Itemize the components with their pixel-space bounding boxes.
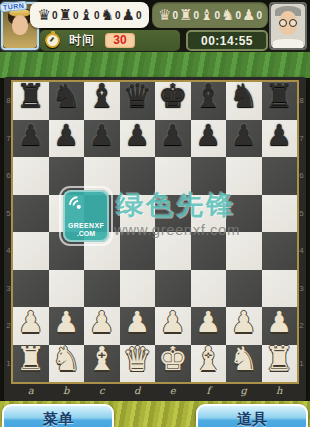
captured-white-rook: ♜0 (179, 8, 199, 23)
square-b1[interactable]: ♞ (49, 345, 85, 383)
rank-label-2: 2 (297, 321, 306, 330)
square-a2[interactable]: ♟ (13, 307, 49, 345)
total-time-value: 00:14:55 (201, 34, 253, 48)
square-b5[interactable] (49, 195, 85, 233)
piece-black-pawn: ♟ (262, 117, 298, 155)
square-e5[interactable] (155, 195, 191, 233)
square-c1[interactable]: ♝ (84, 345, 120, 383)
move-timer-panel: 时间 30 (40, 30, 180, 51)
capture-count: 0 (94, 10, 100, 21)
square-b6[interactable] (49, 157, 85, 195)
file-label-b: b (49, 385, 85, 396)
piece-black-pawn: ♟ (191, 117, 227, 155)
piece-white-knight: ♞ (226, 340, 262, 378)
pawn-icon: ♟ (122, 8, 135, 23)
square-a5[interactable] (13, 195, 49, 233)
piece-white-bishop: ♝ (84, 340, 120, 378)
menu-button[interactable]: 菜单 (2, 404, 114, 427)
square-a8[interactable]: ♜ (13, 82, 49, 120)
square-c2[interactable]: ♟ (84, 307, 120, 345)
square-a3[interactable] (13, 270, 49, 308)
square-f2[interactable]: ♟ (191, 307, 227, 345)
captured-black-knight: ♞0 (101, 8, 121, 23)
piece-white-knight: ♞ (49, 340, 85, 378)
piece-black-pawn: ♟ (84, 117, 120, 155)
square-a7[interactable]: ♟ (13, 120, 49, 158)
piece-white-pawn: ♟ (191, 304, 227, 342)
knight-icon: ♞ (221, 8, 234, 23)
square-h3[interactable] (262, 270, 298, 308)
square-a4[interactable] (13, 232, 49, 270)
knight-icon: ♞ (101, 8, 114, 23)
total-timer-panel: 00:14:55 (186, 30, 268, 51)
file-label-c: c (84, 385, 120, 396)
rank-label-1: 1 (297, 359, 306, 368)
square-c7[interactable]: ♟ (84, 120, 120, 158)
timer-row: 时间 30 00:14:55 (40, 30, 270, 51)
square-f4[interactable] (191, 232, 227, 270)
captured-black-bishop: ♝0 (79, 8, 99, 23)
capture-count: 0 (73, 10, 79, 21)
square-g8[interactable]: ♞ (226, 82, 262, 120)
rank-label-8: 8 (297, 96, 306, 105)
capture-count: 0 (52, 10, 58, 21)
rank-label-8: 8 (4, 96, 13, 105)
square-f7[interactable]: ♟ (191, 120, 227, 158)
rank-label-7: 7 (4, 134, 13, 143)
piece-black-queen: ♛ (120, 77, 156, 115)
square-c5[interactable] (84, 195, 120, 233)
square-e7[interactable]: ♟ (155, 120, 191, 158)
piece-black-pawn: ♟ (49, 117, 85, 155)
items-button[interactable]: 道具 (196, 404, 308, 427)
grass-top (0, 52, 310, 78)
square-a6[interactable] (13, 157, 49, 195)
piece-black-pawn: ♟ (226, 117, 262, 155)
square-c8[interactable]: ♝ (84, 82, 120, 120)
rank-label-6: 6 (297, 171, 306, 180)
rook-icon: ♜ (179, 8, 192, 23)
piece-black-knight: ♞ (49, 77, 85, 115)
square-d2[interactable]: ♟ (120, 307, 156, 345)
queen-icon: ♛ (158, 8, 171, 23)
square-g2[interactable]: ♟ (226, 307, 262, 345)
captured-black-pawn: ♟0 (122, 8, 142, 23)
capture-count: 0 (214, 10, 220, 21)
square-h2[interactable]: ♟ (262, 307, 298, 345)
rank-label-3: 3 (4, 284, 13, 293)
piece-black-knight: ♞ (226, 77, 262, 115)
file-label-h: h (262, 385, 298, 396)
square-e3[interactable] (155, 270, 191, 308)
rank-label-4: 4 (297, 246, 306, 255)
piece-black-king: ♚ (155, 77, 191, 115)
clock-icon (45, 33, 60, 48)
queen-icon: ♛ (37, 8, 50, 23)
piece-white-pawn: ♟ (226, 304, 262, 342)
pawn-icon: ♟ (242, 8, 255, 23)
white-captures-tray: ♛0♜0♝0♞0♟0 (152, 2, 268, 28)
square-d3[interactable] (120, 270, 156, 308)
glasses-icon (278, 19, 298, 27)
square-b7[interactable]: ♟ (49, 120, 85, 158)
rank-label-6: 6 (4, 171, 13, 180)
capture-count: 0 (235, 10, 241, 21)
chess-app: TURN ♛0♜0♝0♞0♟0 ♛0♜0♝0♞0♟0 时间 30 00:14:5… (0, 0, 310, 427)
chess-board-frame: ♜♞♝♛♚♝♞♜♟♟♟♟♟♟♟♟♟♟♟♟♟♟♟♟♜♞♝♛♚♝♞♜ 8877665… (4, 77, 306, 401)
file-label-f: f (191, 385, 227, 396)
bishop-icon: ♝ (200, 8, 213, 23)
square-e2[interactable]: ♟ (155, 307, 191, 345)
piece-white-pawn: ♟ (84, 304, 120, 342)
file-label-g: g (226, 385, 262, 396)
piece-black-bishop: ♝ (84, 77, 120, 115)
rank-label-5: 5 (297, 209, 306, 218)
capture-count: 0 (136, 10, 142, 21)
piece-white-king: ♚ (155, 340, 191, 378)
captured-white-queen: ♛0 (158, 8, 178, 23)
file-label-d: d (120, 385, 156, 396)
piece-white-pawn: ♟ (49, 304, 85, 342)
square-f3[interactable] (191, 270, 227, 308)
piece-white-pawn: ♟ (120, 304, 156, 342)
piece-white-queen: ♛ (120, 340, 156, 378)
rank-label-1: 1 (4, 359, 13, 368)
square-e4[interactable] (155, 232, 191, 270)
piece-white-pawn: ♟ (262, 304, 298, 342)
square-c4[interactable] (84, 232, 120, 270)
square-g3[interactable] (226, 270, 262, 308)
square-f1[interactable]: ♝ (191, 345, 227, 383)
rank-label-2: 2 (4, 321, 13, 330)
rook-icon: ♜ (58, 8, 71, 23)
square-b4[interactable] (49, 232, 85, 270)
capture-count: 0 (256, 10, 262, 21)
square-g6[interactable] (226, 157, 262, 195)
square-d7[interactable]: ♟ (120, 120, 156, 158)
square-c6[interactable] (84, 157, 120, 195)
square-b3[interactable] (49, 270, 85, 308)
piece-white-rook: ♜ (13, 340, 49, 378)
square-h8[interactable]: ♜ (262, 82, 298, 120)
piece-black-pawn: ♟ (120, 117, 156, 155)
chess-board: ♜♞♝♛♚♝♞♜♟♟♟♟♟♟♟♟♟♟♟♟♟♟♟♟♜♞♝♛♚♝♞♜ (13, 82, 297, 382)
piece-black-bishop: ♝ (191, 77, 227, 115)
player-right-avatar[interactable] (269, 2, 307, 50)
capture-count: 0 (172, 10, 178, 21)
capture-count: 0 (193, 10, 199, 21)
square-d8[interactable]: ♛ (120, 82, 156, 120)
rank-label-7: 7 (297, 134, 306, 143)
piece-black-pawn: ♟ (155, 117, 191, 155)
square-b8[interactable]: ♞ (49, 82, 85, 120)
square-g5[interactable] (226, 195, 262, 233)
file-label-a: a (13, 385, 49, 396)
square-h4[interactable] (262, 232, 298, 270)
square-e1[interactable]: ♚ (155, 345, 191, 383)
piece-white-pawn: ♟ (13, 304, 49, 342)
square-h1[interactable]: ♜ (262, 345, 298, 383)
captured-black-rook: ♜0 (58, 8, 78, 23)
square-g4[interactable] (226, 232, 262, 270)
square-d1[interactable]: ♛ (120, 345, 156, 383)
square-g7[interactable]: ♟ (226, 120, 262, 158)
square-d6[interactable] (120, 157, 156, 195)
black-captures-tray: ♛0♜0♝0♞0♟0 (30, 2, 149, 28)
square-f6[interactable] (191, 157, 227, 195)
square-h5[interactable] (262, 195, 298, 233)
square-e8[interactable]: ♚ (155, 82, 191, 120)
square-f8[interactable]: ♝ (191, 82, 227, 120)
top-bar: TURN ♛0♜0♝0♞0♟0 ♛0♜0♝0♞0♟0 时间 30 00:14:5… (0, 0, 310, 52)
capture-count: 0 (115, 10, 121, 21)
captured-white-knight: ♞0 (221, 8, 241, 23)
rank-label-3: 3 (297, 284, 306, 293)
captured-black-queen: ♛0 (37, 8, 57, 23)
piece-white-bishop: ♝ (191, 340, 227, 378)
square-h7[interactable]: ♟ (262, 120, 298, 158)
piece-white-rook: ♜ (262, 340, 298, 378)
square-f5[interactable] (191, 195, 227, 233)
piece-black-rook: ♜ (13, 77, 49, 115)
piece-black-pawn: ♟ (13, 117, 49, 155)
captured-white-bishop: ♝0 (200, 8, 220, 23)
square-d5[interactable] (120, 195, 156, 233)
captured-white-pawn: ♟0 (242, 8, 262, 23)
file-label-e: e (155, 385, 191, 396)
move-time-value: 30 (105, 33, 135, 48)
square-e6[interactable] (155, 157, 191, 195)
square-d4[interactable] (120, 232, 156, 270)
rank-label-5: 5 (4, 209, 13, 218)
rank-label-4: 4 (4, 246, 13, 255)
piece-white-pawn: ♟ (155, 304, 191, 342)
square-h6[interactable] (262, 157, 298, 195)
square-a1[interactable]: ♜ (13, 345, 49, 383)
timer-label: 时间 (69, 32, 95, 49)
bishop-icon: ♝ (79, 8, 92, 23)
square-b2[interactable]: ♟ (49, 307, 85, 345)
square-g1[interactable]: ♞ (226, 345, 262, 383)
square-c3[interactable] (84, 270, 120, 308)
piece-black-rook: ♜ (262, 77, 298, 115)
player-right-photo (271, 4, 305, 48)
